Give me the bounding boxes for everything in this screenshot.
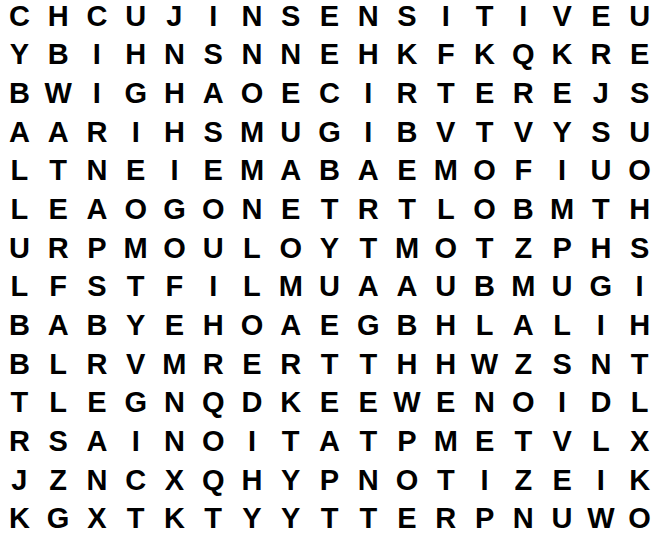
grid-cell-r2c2[interactable]: B — [39, 36, 78, 75]
grid-cell-r12c7[interactable]: I — [233, 422, 272, 461]
grid-cell-r1c6[interactable]: I — [194, 0, 233, 36]
grid-cell-r10c5[interactable]: M — [155, 345, 194, 384]
grid-cell-r12c5[interactable]: N — [155, 422, 194, 461]
grid-cell-r12c6[interactable]: O — [194, 422, 233, 461]
grid-cell-r14c4[interactable]: T — [116, 499, 155, 538]
grid-cell-r7c2[interactable]: R — [39, 229, 78, 268]
grid-cell-r10c3[interactable]: R — [78, 345, 117, 384]
grid-cell-r11c6[interactable]: Q — [194, 383, 233, 422]
grid-cell-r7c16[interactable]: H — [581, 229, 620, 268]
grid-cell-r2c10[interactable]: H — [349, 36, 388, 75]
grid-cell-r1c5[interactable]: J — [155, 0, 194, 36]
grid-cell-r3c17[interactable]: S — [620, 74, 659, 113]
grid-cell-r11c2[interactable]: L — [39, 383, 78, 422]
grid-cell-r2c6[interactable]: S — [194, 36, 233, 75]
grid-cell-r2c7[interactable]: N — [233, 36, 272, 75]
grid-cell-r11c14[interactable]: O — [504, 383, 543, 422]
grid-cell-r2c17[interactable]: E — [620, 36, 659, 75]
grid-cell-r3c15[interactable]: E — [543, 74, 582, 113]
grid-cell-r3c12[interactable]: T — [426, 74, 465, 113]
grid-cell-r6c6[interactable]: O — [194, 190, 233, 229]
grid-cell-r13c15[interactable]: E — [543, 461, 582, 500]
grid-cell-r2c9[interactable]: E — [310, 36, 349, 75]
grid-cell-r8c14[interactable]: M — [504, 267, 543, 306]
grid-cell-r14c8[interactable]: Y — [271, 499, 310, 538]
grid-cell-r14c13[interactable]: P — [465, 499, 504, 538]
grid-cell-r14c7[interactable]: Y — [233, 499, 272, 538]
grid-cell-r4c1[interactable]: A — [0, 113, 39, 152]
grid-cell-r10c17[interactable]: T — [620, 345, 659, 384]
grid-cell-r11c13[interactable]: N — [465, 383, 504, 422]
grid-cell-r3c1[interactable]: B — [0, 74, 39, 113]
grid-cell-r1c16[interactable]: E — [581, 0, 620, 36]
grid-cell-r9c9[interactable]: E — [310, 306, 349, 345]
grid-cell-r6c7[interactable]: N — [233, 190, 272, 229]
grid-cell-r6c13[interactable]: O — [465, 190, 504, 229]
grid-cell-r11c11[interactable]: W — [388, 383, 427, 422]
grid-cell-r11c1[interactable]: T — [0, 383, 39, 422]
grid-cell-r11c10[interactable]: E — [349, 383, 388, 422]
grid-cell-r4c8[interactable]: U — [271, 113, 310, 152]
grid-cell-r14c17[interactable]: O — [620, 499, 659, 538]
grid-cell-r1c1[interactable]: C — [0, 0, 39, 36]
grid-cell-r13c17[interactable]: K — [620, 461, 659, 500]
grid-cell-r1c9[interactable]: E — [310, 0, 349, 36]
grid-cell-r8c11[interactable]: A — [388, 267, 427, 306]
grid-cell-r7c14[interactable]: Z — [504, 229, 543, 268]
grid-cell-r10c4[interactable]: V — [116, 345, 155, 384]
grid-cell-r11c5[interactable]: N — [155, 383, 194, 422]
grid-cell-r4c11[interactable]: B — [388, 113, 427, 152]
grid-cell-r1c15[interactable]: V — [543, 0, 582, 36]
grid-cell-r6c9[interactable]: T — [310, 190, 349, 229]
grid-cell-r11c16[interactable]: D — [581, 383, 620, 422]
grid-cell-r13c9[interactable]: P — [310, 461, 349, 500]
grid-cell-r11c15[interactable]: I — [543, 383, 582, 422]
grid-cell-r5c4[interactable]: E — [116, 152, 155, 191]
grid-cell-r7c5[interactable]: O — [155, 229, 194, 268]
grid-cell-r11c7[interactable]: D — [233, 383, 272, 422]
grid-cell-r8c13[interactable]: B — [465, 267, 504, 306]
grid-cell-r11c12[interactable]: E — [426, 383, 465, 422]
grid-cell-r9c14[interactable]: A — [504, 306, 543, 345]
grid-cell-r13c4[interactable]: C — [116, 461, 155, 500]
grid-cell-r13c14[interactable]: Z — [504, 461, 543, 500]
grid-cell-r10c10[interactable]: T — [349, 345, 388, 384]
grid-cell-r12c8[interactable]: T — [271, 422, 310, 461]
grid-cell-r9c6[interactable]: H — [194, 306, 233, 345]
grid-cell-r1c11[interactable]: S — [388, 0, 427, 36]
grid-cell-r5c7[interactable]: M — [233, 152, 272, 191]
grid-cell-r1c13[interactable]: T — [465, 0, 504, 36]
grid-cell-r13c16[interactable]: I — [581, 461, 620, 500]
grid-cell-r10c7[interactable]: E — [233, 345, 272, 384]
grid-cell-r12c4[interactable]: I — [116, 422, 155, 461]
grid-cell-r5c15[interactable]: I — [543, 152, 582, 191]
grid-cell-r3c5[interactable]: H — [155, 74, 194, 113]
grid-cell-r10c15[interactable]: S — [543, 345, 582, 384]
grid-cell-r12c3[interactable]: A — [78, 422, 117, 461]
grid-cell-r10c9[interactable]: T — [310, 345, 349, 384]
grid-cell-r13c12[interactable]: T — [426, 461, 465, 500]
grid-cell-r14c5[interactable]: K — [155, 499, 194, 538]
grid-cell-r3c16[interactable]: J — [581, 74, 620, 113]
grid-cell-r14c11[interactable]: E — [388, 499, 427, 538]
grid-cell-r3c9[interactable]: C — [310, 74, 349, 113]
grid-cell-r8c5[interactable]: F — [155, 267, 194, 306]
grid-cell-r4c14[interactable]: V — [504, 113, 543, 152]
grid-cell-r12c13[interactable]: E — [465, 422, 504, 461]
grid-cell-r10c14[interactable]: Z — [504, 345, 543, 384]
grid-cell-r1c10[interactable]: N — [349, 0, 388, 36]
grid-cell-r5c10[interactable]: A — [349, 152, 388, 191]
grid-cell-r14c12[interactable]: R — [426, 499, 465, 538]
grid-cell-r5c16[interactable]: U — [581, 152, 620, 191]
grid-cell-r1c8[interactable]: S — [271, 0, 310, 36]
grid-cell-r10c13[interactable]: W — [465, 345, 504, 384]
grid-cell-r9c7[interactable]: O — [233, 306, 272, 345]
grid-cell-r6c11[interactable]: T — [388, 190, 427, 229]
grid-cell-r11c9[interactable]: E — [310, 383, 349, 422]
grid-cell-r6c12[interactable]: L — [426, 190, 465, 229]
grid-cell-r1c3[interactable]: C — [78, 0, 117, 36]
grid-cell-r8c7[interactable]: L — [233, 267, 272, 306]
grid-cell-r3c3[interactable]: I — [78, 74, 117, 113]
grid-cell-r6c2[interactable]: E — [39, 190, 78, 229]
grid-cell-r6c14[interactable]: B — [504, 190, 543, 229]
grid-cell-r2c15[interactable]: K — [543, 36, 582, 75]
grid-cell-r13c1[interactable]: J — [0, 461, 39, 500]
grid-cell-r4c3[interactable]: R — [78, 113, 117, 152]
grid-cell-r13c7[interactable]: H — [233, 461, 272, 500]
grid-cell-r10c8[interactable]: R — [271, 345, 310, 384]
grid-cell-r11c4[interactable]: G — [116, 383, 155, 422]
grid-cell-r9c5[interactable]: E — [155, 306, 194, 345]
grid-cell-r13c13[interactable]: I — [465, 461, 504, 500]
grid-cell-r4c17[interactable]: U — [620, 113, 659, 152]
grid-cell-r13c6[interactable]: Q — [194, 461, 233, 500]
grid-cell-r2c5[interactable]: N — [155, 36, 194, 75]
grid-cell-r8c16[interactable]: G — [581, 267, 620, 306]
grid-cell-r14c3[interactable]: X — [78, 499, 117, 538]
grid-cell-r7c8[interactable]: O — [271, 229, 310, 268]
grid-cell-r1c14[interactable]: I — [504, 0, 543, 36]
grid-cell-r13c3[interactable]: N — [78, 461, 117, 500]
grid-cell-r6c3[interactable]: A — [78, 190, 117, 229]
grid-cell-r7c1[interactable]: U — [0, 229, 39, 268]
grid-cell-r5c3[interactable]: N — [78, 152, 117, 191]
grid-cell-r7c12[interactable]: O — [426, 229, 465, 268]
grid-cell-r7c7[interactable]: L — [233, 229, 272, 268]
grid-cell-r9c1[interactable]: B — [0, 306, 39, 345]
grid-cell-r3c4[interactable]: G — [116, 74, 155, 113]
grid-cell-r13c8[interactable]: Y — [271, 461, 310, 500]
grid-cell-r11c3[interactable]: E — [78, 383, 117, 422]
grid-cell-r13c5[interactable]: X — [155, 461, 194, 500]
grid-cell-r3c13[interactable]: E — [465, 74, 504, 113]
grid-cell-r14c9[interactable]: T — [310, 499, 349, 538]
grid-cell-r14c6[interactable]: T — [194, 499, 233, 538]
grid-cell-r5c17[interactable]: O — [620, 152, 659, 191]
grid-cell-r6c15[interactable]: M — [543, 190, 582, 229]
grid-cell-r10c12[interactable]: H — [426, 345, 465, 384]
grid-cell-r6c17[interactable]: H — [620, 190, 659, 229]
grid-cell-r8c10[interactable]: A — [349, 267, 388, 306]
grid-cell-r8c4[interactable]: T — [116, 267, 155, 306]
grid-cell-r6c1[interactable]: L — [0, 190, 39, 229]
grid-cell-r7c6[interactable]: U — [194, 229, 233, 268]
grid-cell-r2c1[interactable]: Y — [0, 36, 39, 75]
grid-cell-r9c17[interactable]: H — [620, 306, 659, 345]
grid-cell-r12c9[interactable]: A — [310, 422, 349, 461]
grid-cell-r5c14[interactable]: F — [504, 152, 543, 191]
grid-cell-r8c2[interactable]: F — [39, 267, 78, 306]
grid-cell-r3c7[interactable]: O — [233, 74, 272, 113]
grid-cell-r1c2[interactable]: H — [39, 0, 78, 36]
grid-cell-r7c13[interactable]: T — [465, 229, 504, 268]
grid-cell-r7c10[interactable]: T — [349, 229, 388, 268]
grid-cell-r2c3[interactable]: I — [78, 36, 117, 75]
grid-cell-r2c13[interactable]: K — [465, 36, 504, 75]
grid-cell-r2c8[interactable]: N — [271, 36, 310, 75]
grid-cell-r8c9[interactable]: U — [310, 267, 349, 306]
grid-cell-r7c3[interactable]: P — [78, 229, 117, 268]
grid-cell-r10c1[interactable]: B — [0, 345, 39, 384]
grid-cell-r7c11[interactable]: M — [388, 229, 427, 268]
grid-cell-r14c14[interactable]: N — [504, 499, 543, 538]
grid-cell-r4c5[interactable]: H — [155, 113, 194, 152]
grid-cell-r5c5[interactable]: I — [155, 152, 194, 191]
grid-cell-r9c13[interactable]: L — [465, 306, 504, 345]
grid-cell-r7c15[interactable]: P — [543, 229, 582, 268]
grid-cell-r6c10[interactable]: R — [349, 190, 388, 229]
grid-cell-r10c16[interactable]: N — [581, 345, 620, 384]
grid-cell-r3c14[interactable]: R — [504, 74, 543, 113]
grid-cell-r3c11[interactable]: R — [388, 74, 427, 113]
grid-cell-r8c17[interactable]: I — [620, 267, 659, 306]
grid-cell-r11c17[interactable]: L — [620, 383, 659, 422]
grid-cell-r9c3[interactable]: B — [78, 306, 117, 345]
grid-cell-r13c2[interactable]: Z — [39, 461, 78, 500]
grid-cell-r12c11[interactable]: P — [388, 422, 427, 461]
grid-cell-r9c15[interactable]: L — [543, 306, 582, 345]
grid-cell-r10c11[interactable]: H — [388, 345, 427, 384]
grid-cell-r6c5[interactable]: G — [155, 190, 194, 229]
grid-cell-r14c1[interactable]: K — [0, 499, 39, 538]
grid-cell-r7c17[interactable]: S — [620, 229, 659, 268]
grid-cell-r2c11[interactable]: K — [388, 36, 427, 75]
grid-cell-r4c9[interactable]: G — [310, 113, 349, 152]
grid-cell-r2c14[interactable]: Q — [504, 36, 543, 75]
grid-cell-r4c12[interactable]: V — [426, 113, 465, 152]
grid-cell-r9c11[interactable]: B — [388, 306, 427, 345]
grid-cell-r9c12[interactable]: H — [426, 306, 465, 345]
grid-cell-r1c4[interactable]: U — [116, 0, 155, 36]
grid-cell-r2c4[interactable]: H — [116, 36, 155, 75]
grid-cell-r14c2[interactable]: G — [39, 499, 78, 538]
grid-cell-r5c11[interactable]: E — [388, 152, 427, 191]
grid-cell-r4c10[interactable]: I — [349, 113, 388, 152]
grid-cell-r8c15[interactable]: U — [543, 267, 582, 306]
grid-cell-r8c8[interactable]: M — [271, 267, 310, 306]
grid-cell-r6c8[interactable]: E — [271, 190, 310, 229]
grid-cell-r9c2[interactable]: A — [39, 306, 78, 345]
grid-cell-r12c2[interactable]: S — [39, 422, 78, 461]
grid-cell-r5c9[interactable]: B — [310, 152, 349, 191]
grid-cell-r12c12[interactable]: M — [426, 422, 465, 461]
grid-cell-r9c8[interactable]: A — [271, 306, 310, 345]
grid-cell-r4c2[interactable]: A — [39, 113, 78, 152]
grid-cell-r5c12[interactable]: M — [426, 152, 465, 191]
grid-cell-r8c6[interactable]: I — [194, 267, 233, 306]
grid-cell-r8c1[interactable]: L — [0, 267, 39, 306]
grid-cell-r5c13[interactable]: O — [465, 152, 504, 191]
grid-cell-r11c8[interactable]: K — [271, 383, 310, 422]
grid-cell-r1c7[interactable]: N — [233, 0, 272, 36]
grid-cell-r10c2[interactable]: L — [39, 345, 78, 384]
grid-cell-r8c12[interactable]: U — [426, 267, 465, 306]
grid-cell-r14c10[interactable]: T — [349, 499, 388, 538]
grid-cell-r4c4[interactable]: I — [116, 113, 155, 152]
grid-cell-r14c16[interactable]: W — [581, 499, 620, 538]
grid-cell-r12c14[interactable]: T — [504, 422, 543, 461]
grid-cell-r14c15[interactable]: U — [543, 499, 582, 538]
grid-cell-r13c11[interactable]: O — [388, 461, 427, 500]
grid-cell-r9c16[interactable]: I — [581, 306, 620, 345]
grid-cell-r12c16[interactable]: L — [581, 422, 620, 461]
grid-cell-r4c16[interactable]: S — [581, 113, 620, 152]
grid-cell-r5c6[interactable]: E — [194, 152, 233, 191]
grid-cell-r3c2[interactable]: W — [39, 74, 78, 113]
grid-cell-r5c1[interactable]: L — [0, 152, 39, 191]
grid-cell-r8c3[interactable]: S — [78, 267, 117, 306]
grid-cell-r4c6[interactable]: S — [194, 113, 233, 152]
grid-cell-r3c6[interactable]: A — [194, 74, 233, 113]
grid-cell-r4c7[interactable]: M — [233, 113, 272, 152]
word-search-board: CHCUJINSENSITIVEUYBIHNSNNEHKFKQKREBWIGHA… — [0, 0, 659, 541]
grid-cell-r12c15[interactable]: V — [543, 422, 582, 461]
grid-cell-r12c1[interactable]: R — [0, 422, 39, 461]
grid-cell-r5c2[interactable]: T — [39, 152, 78, 191]
grid-cell-r4c15[interactable]: Y — [543, 113, 582, 152]
grid-cell-r2c12[interactable]: F — [426, 36, 465, 75]
grid-cell-r1c12[interactable]: I — [426, 0, 465, 36]
grid-cell-r9c10[interactable]: G — [349, 306, 388, 345]
grid-cell-r5c8[interactable]: A — [271, 152, 310, 191]
grid-cell-r2c16[interactable]: R — [581, 36, 620, 75]
grid-cell-r6c16[interactable]: T — [581, 190, 620, 229]
grid-cell-r9c4[interactable]: Y — [116, 306, 155, 345]
grid-cell-r7c4[interactable]: M — [116, 229, 155, 268]
grid-cell-r3c10[interactable]: I — [349, 74, 388, 113]
grid-cell-r10c6[interactable]: R — [194, 345, 233, 384]
grid-cell-r12c17[interactable]: X — [620, 422, 659, 461]
grid-cell-r6c4[interactable]: O — [116, 190, 155, 229]
grid-cell-r1c17[interactable]: U — [620, 0, 659, 36]
grid-cell-r12c10[interactable]: T — [349, 422, 388, 461]
grid-cell-r13c10[interactable]: N — [349, 461, 388, 500]
grid-cell-r4c13[interactable]: T — [465, 113, 504, 152]
grid-cell-r3c8[interactable]: E — [271, 74, 310, 113]
grid-cell-r7c9[interactable]: Y — [310, 229, 349, 268]
